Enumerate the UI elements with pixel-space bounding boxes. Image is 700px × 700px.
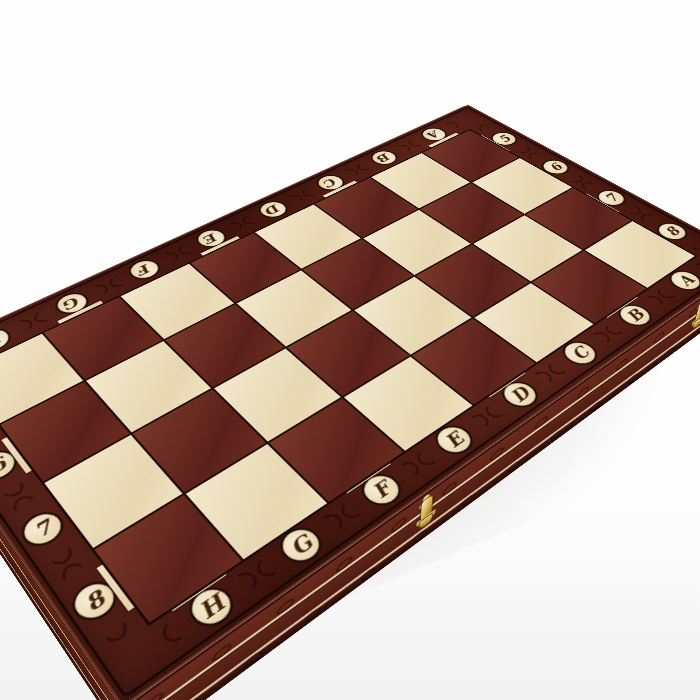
side-ornament-oval: [244, 649, 263, 669]
side-ornament-oval: [490, 445, 504, 463]
file-label-circle: H: [0, 324, 16, 356]
square-h7: [44, 435, 182, 548]
border-ornament: [340, 500, 363, 519]
square-f8: [268, 398, 403, 502]
file-label-circle: G: [50, 289, 94, 318]
square-h5: [0, 334, 83, 424]
left-edge-label-strip: 5678: [0, 372, 149, 659]
side-ornament-oval: [577, 384, 589, 401]
border-ornament: [161, 252, 178, 263]
side-ornament-oval: [335, 554, 353, 574]
side-ornament-oval: [653, 330, 665, 346]
border-ornament: [527, 152, 544, 160]
border-ornament: [639, 214, 659, 224]
square-h8: [94, 495, 242, 623]
file-label-circle: F: [354, 468, 409, 512]
border-ornament: [468, 414, 491, 430]
square-d8: [412, 318, 536, 404]
side-ornament-oval: [304, 605, 322, 624]
square-f7: [214, 349, 341, 442]
border-ornament: [692, 262, 700, 273]
square-f6: [164, 304, 284, 387]
rank-label-circle: 6: [0, 445, 23, 487]
border-ornament: [178, 244, 195, 255]
separator-bar: [342, 459, 391, 493]
border-ornament: [61, 563, 86, 584]
side-ornament-oval: [276, 596, 296, 617]
rank-label-circle: 7: [15, 506, 71, 553]
border-ornament: [444, 122, 459, 129]
square-g7: [133, 390, 265, 492]
border-ornament: [287, 194, 302, 203]
border-ornament: [532, 371, 554, 385]
border-ornament: [320, 514, 343, 533]
border-cell: H: [0, 310, 44, 372]
side-ornament-oval: [141, 690, 165, 700]
border-ornament: [109, 276, 127, 287]
border-ornament: [478, 125, 494, 133]
side-ornament-oval: [442, 479, 457, 498]
file-label-circle: C: [556, 337, 604, 370]
border-ornament: [13, 319, 34, 332]
border-ornament: [656, 287, 678, 299]
side-ornament-oval: [391, 515, 407, 535]
square-e8: [343, 356, 472, 451]
file-label-circle: H: [181, 580, 241, 634]
border-ornament: [357, 162, 372, 170]
side-ornament-oval: [535, 414, 548, 432]
side-ornament-oval: [6, 555, 17, 577]
side-ornament-oval: [211, 641, 232, 663]
square-e7: [287, 311, 409, 396]
border-ornament: [604, 322, 626, 335]
border-ornament: [590, 332, 612, 345]
border-ornament: [90, 284, 109, 296]
border-ornament: [257, 557, 280, 578]
border-ornament: [416, 449, 439, 466]
separator-bar: [484, 369, 525, 397]
side-ornament-oval: [179, 696, 199, 700]
file-label-circle: G: [272, 521, 329, 570]
border-ornament: [0, 480, 25, 498]
border-ornament: [547, 361, 569, 375]
square-h6: [0, 381, 130, 481]
separator-bar: [168, 569, 227, 611]
border-ornament: [686, 240, 700, 250]
border-ornament: [102, 619, 128, 642]
border-ornament: [302, 188, 317, 197]
separator-bar: [97, 563, 137, 611]
border-ornament: [33, 310, 53, 322]
photo-stage: HGFEDCBA HGFEDCBA 5678 5678: [0, 0, 700, 700]
square-g8: [186, 444, 327, 559]
border-ornament: [12, 495, 37, 513]
brass-clasp: [415, 490, 436, 533]
file-label-circle: D: [495, 377, 545, 413]
border-ornament: [48, 545, 73, 565]
chess-box: HGFEDCBA HGFEDCBA 5678 5678: [0, 104, 700, 700]
separator-bar: [1, 436, 34, 473]
border-ornament: [580, 182, 598, 191]
border-cell: 6: [0, 424, 44, 510]
border-ornament: [398, 461, 421, 478]
border-ornament: [227, 222, 242, 232]
border-ornament: [395, 145, 410, 153]
border-ornament: [162, 619, 187, 642]
border-ornament: [484, 403, 507, 418]
border-ornament: [243, 215, 258, 225]
side-ornament-oval: [616, 356, 628, 373]
square-g6: [86, 341, 210, 432]
file-label-circle: E: [428, 420, 480, 460]
border-ornament: [408, 139, 423, 147]
border-ornament: [343, 169, 358, 178]
rank-label-circle: 8: [65, 574, 124, 628]
side-ornament-oval: [54, 627, 66, 650]
border-ornament: [234, 572, 257, 593]
